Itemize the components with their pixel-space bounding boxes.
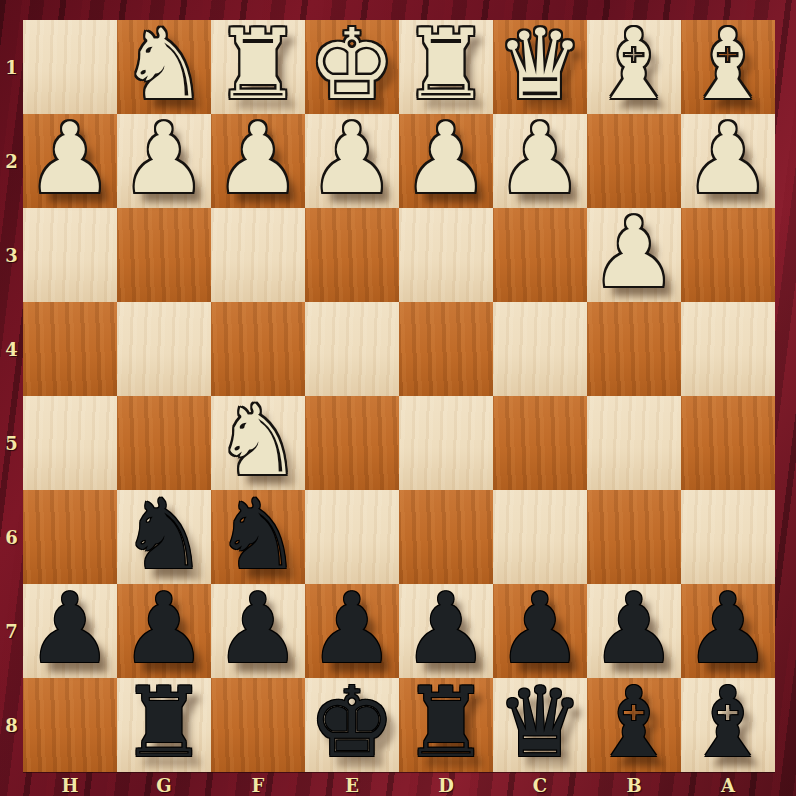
- white-knight[interactable]: ♞: [215, 394, 302, 488]
- white-pawn[interactable]: ♟: [403, 112, 490, 206]
- white-rook[interactable]: ♜: [215, 18, 302, 112]
- square-b4[interactable]: [587, 302, 681, 396]
- square-f8[interactable]: [211, 678, 305, 772]
- rank-label-8: 8: [0, 678, 23, 772]
- white-queen[interactable]: ♛: [497, 18, 584, 112]
- square-f2[interactable]: ♟: [211, 114, 305, 208]
- square-b2[interactable]: [587, 114, 681, 208]
- square-c7[interactable]: ♟: [493, 584, 587, 678]
- black-rook[interactable]: ♜: [403, 676, 490, 770]
- square-g3[interactable]: [117, 208, 211, 302]
- rank-label-3: 3: [0, 208, 23, 302]
- square-b8[interactable]: ♝: [587, 678, 681, 772]
- square-h3[interactable]: [23, 208, 117, 302]
- file-label-g: G: [117, 773, 211, 796]
- file-label-d: D: [399, 773, 493, 796]
- black-pawn[interactable]: ♟: [591, 582, 678, 676]
- square-e4[interactable]: [305, 302, 399, 396]
- square-h1[interactable]: [23, 20, 117, 114]
- black-bishop[interactable]: ♝: [591, 676, 678, 770]
- square-h6[interactable]: [23, 490, 117, 584]
- square-b3[interactable]: ♟: [587, 208, 681, 302]
- square-g7[interactable]: ♟: [117, 584, 211, 678]
- square-h5[interactable]: [23, 396, 117, 490]
- rank-label-6: 6: [0, 490, 23, 584]
- rank-label-5: 5: [0, 396, 23, 490]
- black-knight[interactable]: ♞: [215, 488, 302, 582]
- white-pawn[interactable]: ♟: [685, 112, 772, 206]
- square-a1[interactable]: ♝: [681, 20, 775, 114]
- square-f1[interactable]: ♜: [211, 20, 305, 114]
- square-g5[interactable]: [117, 396, 211, 490]
- black-pawn[interactable]: ♟: [403, 582, 490, 676]
- black-pawn[interactable]: ♟: [685, 582, 772, 676]
- square-g8[interactable]: ♜: [117, 678, 211, 772]
- square-e5[interactable]: [305, 396, 399, 490]
- square-c3[interactable]: [493, 208, 587, 302]
- rank-label-7: 7: [0, 584, 23, 678]
- square-a3[interactable]: [681, 208, 775, 302]
- file-label-c: C: [493, 773, 587, 796]
- black-king[interactable]: ♚: [309, 676, 396, 770]
- chess-board-frame: 12345678 ♞♜♚♜♛♝♝♟♟♟♟♟♟♟♟♞♞♞♟♟♟♟♟♟♟♟♜♚♜♛♝…: [0, 0, 796, 796]
- square-g2[interactable]: ♟: [117, 114, 211, 208]
- white-rook[interactable]: ♜: [403, 18, 490, 112]
- square-b7[interactable]: ♟: [587, 584, 681, 678]
- white-pawn[interactable]: ♟: [121, 112, 208, 206]
- square-d5[interactable]: [399, 396, 493, 490]
- file-label-h: H: [23, 773, 117, 796]
- white-knight[interactable]: ♞: [121, 18, 208, 112]
- square-e3[interactable]: [305, 208, 399, 302]
- white-pawn[interactable]: ♟: [309, 112, 396, 206]
- square-f7[interactable]: ♟: [211, 584, 305, 678]
- black-pawn[interactable]: ♟: [215, 582, 302, 676]
- rank-label-4: 4: [0, 302, 23, 396]
- square-h2[interactable]: ♟: [23, 114, 117, 208]
- file-label-e: E: [305, 773, 399, 796]
- white-pawn[interactable]: ♟: [497, 112, 584, 206]
- white-pawn[interactable]: ♟: [591, 206, 678, 300]
- square-d2[interactable]: ♟: [399, 114, 493, 208]
- square-c6[interactable]: [493, 490, 587, 584]
- square-f5[interactable]: ♞: [211, 396, 305, 490]
- square-a5[interactable]: [681, 396, 775, 490]
- black-knight[interactable]: ♞: [121, 488, 208, 582]
- black-bishop[interactable]: ♝: [685, 676, 772, 770]
- square-d1[interactable]: ♜: [399, 20, 493, 114]
- square-c2[interactable]: ♟: [493, 114, 587, 208]
- square-d3[interactable]: [399, 208, 493, 302]
- square-a6[interactable]: [681, 490, 775, 584]
- white-bishop[interactable]: ♝: [591, 18, 678, 112]
- square-b5[interactable]: [587, 396, 681, 490]
- square-e8[interactable]: ♚: [305, 678, 399, 772]
- white-pawn[interactable]: ♟: [27, 112, 114, 206]
- file-label-b: B: [587, 773, 681, 796]
- square-a2[interactable]: ♟: [681, 114, 775, 208]
- square-f4[interactable]: [211, 302, 305, 396]
- square-h4[interactable]: [23, 302, 117, 396]
- square-e2[interactable]: ♟: [305, 114, 399, 208]
- black-queen[interactable]: ♛: [497, 676, 584, 770]
- rank-labels: 12345678: [0, 20, 23, 772]
- square-e6[interactable]: [305, 490, 399, 584]
- square-d8[interactable]: ♜: [399, 678, 493, 772]
- file-label-a: A: [681, 773, 775, 796]
- square-b6[interactable]: [587, 490, 681, 584]
- square-e1[interactable]: ♚: [305, 20, 399, 114]
- rank-label-1: 1: [0, 20, 23, 114]
- square-a7[interactable]: ♟: [681, 584, 775, 678]
- black-rook[interactable]: ♜: [121, 676, 208, 770]
- square-f3[interactable]: [211, 208, 305, 302]
- square-e7[interactable]: ♟: [305, 584, 399, 678]
- square-a8[interactable]: ♝: [681, 678, 775, 772]
- square-a4[interactable]: [681, 302, 775, 396]
- square-c4[interactable]: [493, 302, 587, 396]
- square-g1[interactable]: ♞: [117, 20, 211, 114]
- white-bishop[interactable]: ♝: [685, 18, 772, 112]
- square-c1[interactable]: ♛: [493, 20, 587, 114]
- square-b1[interactable]: ♝: [587, 20, 681, 114]
- black-pawn[interactable]: ♟: [27, 582, 114, 676]
- square-h7[interactable]: ♟: [23, 584, 117, 678]
- square-g4[interactable]: [117, 302, 211, 396]
- square-f6[interactable]: ♞: [211, 490, 305, 584]
- square-d4[interactable]: [399, 302, 493, 396]
- square-c8[interactable]: ♛: [493, 678, 587, 772]
- square-d6[interactable]: [399, 490, 493, 584]
- black-pawn[interactable]: ♟: [497, 582, 584, 676]
- square-g6[interactable]: ♞: [117, 490, 211, 584]
- square-h8[interactable]: [23, 678, 117, 772]
- square-d7[interactable]: ♟: [399, 584, 493, 678]
- black-pawn[interactable]: ♟: [309, 582, 396, 676]
- file-labels: HGFEDCBA: [23, 772, 775, 796]
- white-pawn[interactable]: ♟: [215, 112, 302, 206]
- white-king[interactable]: ♚: [309, 18, 396, 112]
- rank-label-2: 2: [0, 114, 23, 208]
- chess-board: ♞♜♚♜♛♝♝♟♟♟♟♟♟♟♟♞♞♞♟♟♟♟♟♟♟♟♜♚♜♛♝♝: [23, 20, 775, 772]
- file-label-f: F: [211, 773, 305, 796]
- square-c5[interactable]: [493, 396, 587, 490]
- black-pawn[interactable]: ♟: [121, 582, 208, 676]
